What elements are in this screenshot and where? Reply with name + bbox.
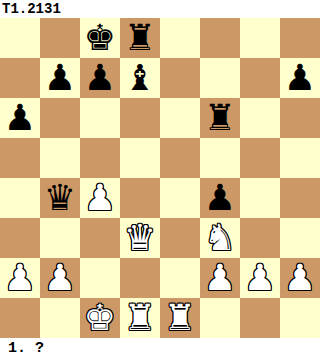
white-pawn[interactable]: ♟ xyxy=(0,258,40,298)
square-c8[interactable]: ♚ xyxy=(80,18,120,58)
square-f3[interactable]: ♞ xyxy=(200,218,240,258)
square-a1[interactable] xyxy=(0,298,40,338)
square-e3[interactable] xyxy=(160,218,200,258)
white-pawn[interactable]: ♟ xyxy=(280,258,320,298)
square-a3[interactable] xyxy=(0,218,40,258)
square-f5[interactable] xyxy=(200,138,240,178)
white-pawn[interactable]: ♟ xyxy=(200,258,240,298)
square-g7[interactable] xyxy=(240,58,280,98)
square-h4[interactable] xyxy=(280,178,320,218)
square-a4[interactable] xyxy=(0,178,40,218)
square-f4[interactable]: ♟ xyxy=(200,178,240,218)
square-f8[interactable] xyxy=(200,18,240,58)
square-h3[interactable] xyxy=(280,218,320,258)
square-c1[interactable]: ♚ xyxy=(80,298,120,338)
square-d3[interactable]: ♛ xyxy=(120,218,160,258)
square-b7[interactable]: ♟ xyxy=(40,58,80,98)
square-f6[interactable]: ♜ xyxy=(200,98,240,138)
puzzle-id: T1.2131 xyxy=(2,0,61,18)
square-b8[interactable] xyxy=(40,18,80,58)
square-b1[interactable] xyxy=(40,298,80,338)
square-h7[interactable]: ♟ xyxy=(280,58,320,98)
square-e5[interactable] xyxy=(160,138,200,178)
white-king[interactable]: ♚ xyxy=(80,298,120,338)
status-bar: 1. ? xyxy=(0,338,320,360)
square-d5[interactable] xyxy=(120,138,160,178)
white-pawn[interactable]: ♟ xyxy=(80,178,120,218)
white-queen[interactable]: ♛ xyxy=(120,218,160,258)
square-f7[interactable] xyxy=(200,58,240,98)
square-c2[interactable] xyxy=(80,258,120,298)
square-d7[interactable]: ♝ xyxy=(120,58,160,98)
square-g6[interactable] xyxy=(240,98,280,138)
square-g5[interactable] xyxy=(240,138,280,178)
square-c3[interactable] xyxy=(80,218,120,258)
square-e6[interactable] xyxy=(160,98,200,138)
square-d4[interactable] xyxy=(120,178,160,218)
square-b2[interactable]: ♟ xyxy=(40,258,80,298)
square-b5[interactable] xyxy=(40,138,80,178)
square-h1[interactable] xyxy=(280,298,320,338)
black-rook[interactable]: ♜ xyxy=(120,18,160,58)
black-pawn[interactable]: ♟ xyxy=(40,58,80,98)
square-c6[interactable] xyxy=(80,98,120,138)
black-king[interactable]: ♚ xyxy=(80,18,120,58)
square-f1[interactable] xyxy=(200,298,240,338)
square-h8[interactable] xyxy=(280,18,320,58)
white-pawn[interactable]: ♟ xyxy=(240,258,280,298)
square-g3[interactable] xyxy=(240,218,280,258)
square-c7[interactable]: ♟ xyxy=(80,58,120,98)
white-rook[interactable]: ♜ xyxy=(120,298,160,338)
square-a7[interactable] xyxy=(0,58,40,98)
black-pawn[interactable]: ♟ xyxy=(200,178,240,218)
square-a8[interactable] xyxy=(0,18,40,58)
square-e2[interactable] xyxy=(160,258,200,298)
square-d8[interactable]: ♜ xyxy=(120,18,160,58)
square-d2[interactable] xyxy=(120,258,160,298)
chess-board[interactable]: ♚♜♟♟♝♟♟♜♛♟♟♛♞♟♟♟♟♟♚♜♜ xyxy=(0,18,320,338)
square-e4[interactable] xyxy=(160,178,200,218)
square-e1[interactable]: ♜ xyxy=(160,298,200,338)
square-c5[interactable] xyxy=(80,138,120,178)
black-queen[interactable]: ♛ xyxy=(40,178,80,218)
square-e8[interactable] xyxy=(160,18,200,58)
white-pawn[interactable]: ♟ xyxy=(40,258,80,298)
square-a6[interactable]: ♟ xyxy=(0,98,40,138)
square-g1[interactable] xyxy=(240,298,280,338)
square-g8[interactable] xyxy=(240,18,280,58)
square-h2[interactable]: ♟ xyxy=(280,258,320,298)
square-h6[interactable] xyxy=(280,98,320,138)
square-e7[interactable] xyxy=(160,58,200,98)
white-rook[interactable]: ♜ xyxy=(160,298,200,338)
black-pawn[interactable]: ♟ xyxy=(80,58,120,98)
move-prompt: 1. ? xyxy=(8,338,44,360)
square-f2[interactable]: ♟ xyxy=(200,258,240,298)
square-g2[interactable]: ♟ xyxy=(240,258,280,298)
chess-puzzle-window: T1.2131 ♚♜♟♟♝♟♟♜♛♟♟♛♞♟♟♟♟♟♚♜♜ 1. ? xyxy=(0,0,320,360)
square-h5[interactable] xyxy=(280,138,320,178)
black-bishop[interactable]: ♝ xyxy=(120,58,160,98)
black-pawn[interactable]: ♟ xyxy=(280,58,320,98)
square-g4[interactable] xyxy=(240,178,280,218)
black-pawn[interactable]: ♟ xyxy=(0,98,40,138)
square-b4[interactable]: ♛ xyxy=(40,178,80,218)
square-d6[interactable] xyxy=(120,98,160,138)
white-knight[interactable]: ♞ xyxy=(200,218,240,258)
title-bar: T1.2131 xyxy=(0,0,320,18)
square-a2[interactable]: ♟ xyxy=(0,258,40,298)
square-a5[interactable] xyxy=(0,138,40,178)
square-b6[interactable] xyxy=(40,98,80,138)
square-d1[interactable]: ♜ xyxy=(120,298,160,338)
black-rook[interactable]: ♜ xyxy=(200,98,240,138)
square-b3[interactable] xyxy=(40,218,80,258)
square-c4[interactable]: ♟ xyxy=(80,178,120,218)
